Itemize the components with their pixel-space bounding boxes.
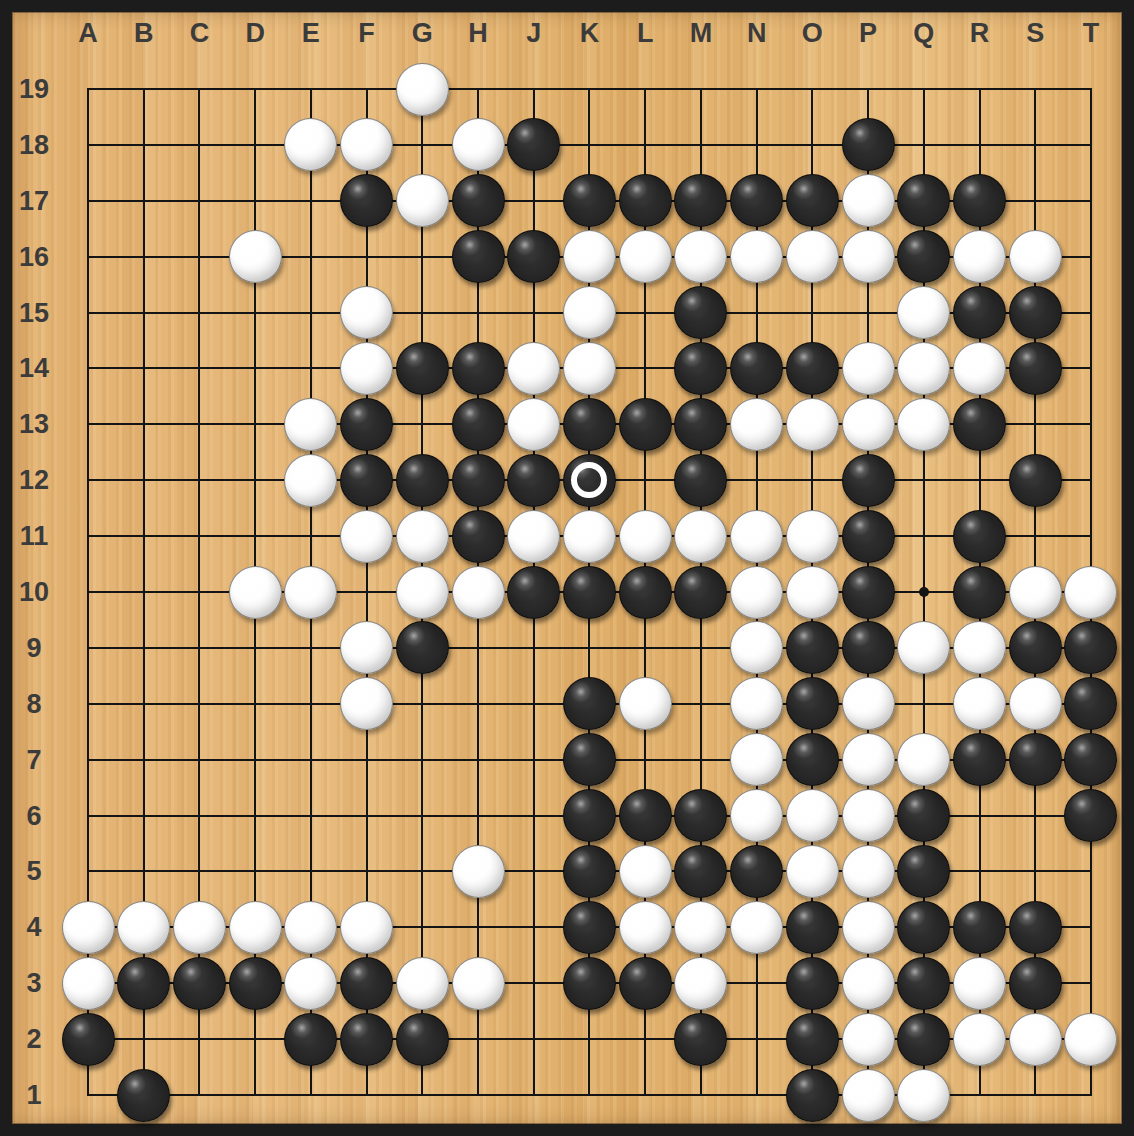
- white-stone-F11: [340, 510, 393, 563]
- black-stone-O2: [786, 1013, 839, 1066]
- white-stone-D10: [229, 566, 282, 619]
- black-stone-Q3: [897, 957, 950, 1010]
- black-stone-O1: [786, 1069, 839, 1122]
- black-stone-C3: [173, 957, 226, 1010]
- column-label-A: A: [63, 13, 113, 53]
- white-stone-E13: [284, 398, 337, 451]
- black-stone-B3: [117, 957, 170, 1010]
- white-stone-A3: [62, 957, 115, 1010]
- go-board[interactable]: [12, 12, 1122, 1124]
- column-label-T: T: [1066, 13, 1116, 53]
- column-label-M: M: [676, 13, 726, 53]
- black-stone-B1: [117, 1069, 170, 1122]
- black-stone-K7: [563, 733, 616, 786]
- column-label-B: B: [119, 13, 169, 53]
- white-stone-E4: [284, 901, 337, 954]
- black-stone-D3: [229, 957, 282, 1010]
- black-stone-K17: [563, 174, 616, 227]
- black-stone-G2: [396, 1013, 449, 1066]
- row-label-3: 3: [8, 963, 60, 1003]
- black-stone-H14: [452, 342, 505, 395]
- column-label-D: D: [230, 13, 280, 53]
- white-stone-G10: [396, 566, 449, 619]
- black-stone-O7: [786, 733, 839, 786]
- black-stone-F13: [340, 398, 393, 451]
- white-stone-L5: [619, 845, 672, 898]
- white-stone-H5: [452, 845, 505, 898]
- row-label-4: 4: [8, 907, 60, 947]
- column-label-R: R: [955, 13, 1005, 53]
- black-stone-K13: [563, 398, 616, 451]
- white-stone-N7: [730, 733, 783, 786]
- white-stone-F14: [340, 342, 393, 395]
- white-stone-N11: [730, 510, 783, 563]
- black-stone-R4: [953, 901, 1006, 954]
- white-stone-L16: [619, 230, 672, 283]
- black-stone-G14: [396, 342, 449, 395]
- black-stone-R17: [953, 174, 1006, 227]
- white-stone-R14: [953, 342, 1006, 395]
- column-label-N: N: [732, 13, 782, 53]
- white-stone-O5: [786, 845, 839, 898]
- white-stone-B4: [117, 901, 170, 954]
- black-stone-O9: [786, 621, 839, 674]
- white-stone-E10: [284, 566, 337, 619]
- white-stone-O11: [786, 510, 839, 563]
- white-stone-D16: [229, 230, 282, 283]
- star-point-Q10: [919, 587, 929, 597]
- white-stone-P3: [842, 957, 895, 1010]
- white-stone-O16: [786, 230, 839, 283]
- white-stone-R3: [953, 957, 1006, 1010]
- white-stone-N16: [730, 230, 783, 283]
- black-stone-Q6: [897, 789, 950, 842]
- white-stone-O13: [786, 398, 839, 451]
- row-label-12: 12: [8, 460, 60, 500]
- column-label-F: F: [342, 13, 392, 53]
- column-label-S: S: [1010, 13, 1060, 53]
- white-stone-F15: [340, 286, 393, 339]
- black-stone-P10: [842, 566, 895, 619]
- black-stone-K6: [563, 789, 616, 842]
- black-stone-L13: [619, 398, 672, 451]
- black-stone-M10: [674, 566, 727, 619]
- white-stone-T10: [1064, 566, 1117, 619]
- white-stone-L8: [619, 677, 672, 730]
- black-stone-M2: [674, 1013, 727, 1066]
- column-label-L: L: [620, 13, 670, 53]
- column-label-E: E: [286, 13, 336, 53]
- white-stone-O10: [786, 566, 839, 619]
- white-stone-J13: [507, 398, 560, 451]
- white-stone-H3: [452, 957, 505, 1010]
- black-stone-E2: [284, 1013, 337, 1066]
- black-stone-O3: [786, 957, 839, 1010]
- column-label-K: K: [564, 13, 614, 53]
- white-stone-E3: [284, 957, 337, 1010]
- white-stone-N4: [730, 901, 783, 954]
- white-stone-P8: [842, 677, 895, 730]
- white-stone-G11: [396, 510, 449, 563]
- white-stone-P5: [842, 845, 895, 898]
- black-stone-M13: [674, 398, 727, 451]
- black-stone-R10: [953, 566, 1006, 619]
- white-stone-S8: [1009, 677, 1062, 730]
- white-stone-A4: [62, 901, 115, 954]
- white-stone-Q15: [897, 286, 950, 339]
- white-stone-M4: [674, 901, 727, 954]
- white-stone-M3: [674, 957, 727, 1010]
- black-stone-O14: [786, 342, 839, 395]
- row-label-11: 11: [8, 516, 60, 556]
- white-stone-P4: [842, 901, 895, 954]
- black-stone-R13: [953, 398, 1006, 451]
- black-stone-P12: [842, 454, 895, 507]
- column-label-P: P: [843, 13, 893, 53]
- black-stone-S9: [1009, 621, 1062, 674]
- white-stone-F8: [340, 677, 393, 730]
- row-label-8: 8: [8, 684, 60, 724]
- black-stone-K5: [563, 845, 616, 898]
- white-stone-S16: [1009, 230, 1062, 283]
- white-stone-R2: [953, 1013, 1006, 1066]
- white-stone-O6: [786, 789, 839, 842]
- white-stone-P14: [842, 342, 895, 395]
- row-label-14: 14: [8, 348, 60, 388]
- black-stone-Q4: [897, 901, 950, 954]
- column-label-G: G: [397, 13, 447, 53]
- row-label-7: 7: [8, 740, 60, 780]
- white-stone-E12: [284, 454, 337, 507]
- row-label-6: 6: [8, 796, 60, 836]
- black-stone-M5: [674, 845, 727, 898]
- black-stone-Q2: [897, 1013, 950, 1066]
- black-stone-O4: [786, 901, 839, 954]
- white-stone-D4: [229, 901, 282, 954]
- white-stone-N10: [730, 566, 783, 619]
- column-label-C: C: [174, 13, 224, 53]
- white-stone-J11: [507, 510, 560, 563]
- black-stone-O17: [786, 174, 839, 227]
- black-stone-S4: [1009, 901, 1062, 954]
- black-stone-H13: [452, 398, 505, 451]
- white-stone-K14: [563, 342, 616, 395]
- black-stone-G12: [396, 454, 449, 507]
- row-label-13: 13: [8, 404, 60, 444]
- white-stone-T2: [1064, 1013, 1117, 1066]
- white-stone-N6: [730, 789, 783, 842]
- white-stone-J14: [507, 342, 560, 395]
- white-stone-R8: [953, 677, 1006, 730]
- black-stone-S14: [1009, 342, 1062, 395]
- black-stone-L17: [619, 174, 672, 227]
- row-label-1: 1: [8, 1075, 60, 1115]
- column-label-Q: Q: [899, 13, 949, 53]
- white-stone-P13: [842, 398, 895, 451]
- black-stone-S15: [1009, 286, 1062, 339]
- white-stone-G17: [396, 174, 449, 227]
- black-stone-N14: [730, 342, 783, 395]
- column-label-J: J: [509, 13, 559, 53]
- white-stone-G3: [396, 957, 449, 1010]
- black-stone-L3: [619, 957, 672, 1010]
- white-stone-P16: [842, 230, 895, 283]
- black-stone-G9: [396, 621, 449, 674]
- row-label-15: 15: [8, 293, 60, 333]
- white-stone-M11: [674, 510, 727, 563]
- black-stone-L6: [619, 789, 672, 842]
- black-stone-R11: [953, 510, 1006, 563]
- white-stone-S2: [1009, 1013, 1062, 1066]
- column-label-O: O: [787, 13, 837, 53]
- row-label-18: 18: [8, 125, 60, 165]
- white-stone-N13: [730, 398, 783, 451]
- white-stone-S10: [1009, 566, 1062, 619]
- white-stone-K16: [563, 230, 616, 283]
- black-stone-P9: [842, 621, 895, 674]
- black-stone-R7: [953, 733, 1006, 786]
- black-stone-K12: [563, 454, 616, 507]
- white-stone-C4: [173, 901, 226, 954]
- black-stone-M14: [674, 342, 727, 395]
- black-stone-P18: [842, 118, 895, 171]
- black-stone-L10: [619, 566, 672, 619]
- last-move-marker: [571, 462, 607, 498]
- black-stone-M12: [674, 454, 727, 507]
- black-stone-F17: [340, 174, 393, 227]
- row-label-9: 9: [8, 628, 60, 668]
- black-stone-J10: [507, 566, 560, 619]
- white-stone-Q13: [897, 398, 950, 451]
- black-stone-R15: [953, 286, 1006, 339]
- black-stone-Q5: [897, 845, 950, 898]
- white-stone-P17: [842, 174, 895, 227]
- black-stone-K10: [563, 566, 616, 619]
- black-stone-F3: [340, 957, 393, 1010]
- go-app-screen: ABCDEFGHJKLMNOPQRST191817161514131211109…: [0, 0, 1134, 1136]
- row-label-17: 17: [8, 181, 60, 221]
- row-label-19: 19: [8, 69, 60, 109]
- white-stone-P1: [842, 1069, 895, 1122]
- white-stone-H10: [452, 566, 505, 619]
- black-stone-F2: [340, 1013, 393, 1066]
- black-stone-S12: [1009, 454, 1062, 507]
- white-stone-K15: [563, 286, 616, 339]
- row-label-5: 5: [8, 851, 60, 891]
- white-stone-G19: [396, 63, 449, 116]
- white-stone-L11: [619, 510, 672, 563]
- black-stone-K4: [563, 901, 616, 954]
- black-stone-O8: [786, 677, 839, 730]
- white-stone-P2: [842, 1013, 895, 1066]
- black-stone-P11: [842, 510, 895, 563]
- black-stone-H17: [452, 174, 505, 227]
- white-stone-H18: [452, 118, 505, 171]
- white-stone-L4: [619, 901, 672, 954]
- column-label-H: H: [453, 13, 503, 53]
- white-stone-R16: [953, 230, 1006, 283]
- black-stone-H16: [452, 230, 505, 283]
- black-stone-S3: [1009, 957, 1062, 1010]
- black-stone-H12: [452, 454, 505, 507]
- black-stone-H11: [452, 510, 505, 563]
- row-label-10: 10: [8, 572, 60, 612]
- black-stone-J12: [507, 454, 560, 507]
- row-label-16: 16: [8, 237, 60, 277]
- black-stone-K8: [563, 677, 616, 730]
- black-stone-F12: [340, 454, 393, 507]
- black-stone-A2: [62, 1013, 115, 1066]
- black-stone-K3: [563, 957, 616, 1010]
- white-stone-K11: [563, 510, 616, 563]
- black-stone-N5: [730, 845, 783, 898]
- white-stone-F4: [340, 901, 393, 954]
- white-stone-P6: [842, 789, 895, 842]
- white-stone-P7: [842, 733, 895, 786]
- black-stone-S7: [1009, 733, 1062, 786]
- white-stone-Q14: [897, 342, 950, 395]
- row-label-2: 2: [8, 1019, 60, 1059]
- white-stone-Q1: [897, 1069, 950, 1122]
